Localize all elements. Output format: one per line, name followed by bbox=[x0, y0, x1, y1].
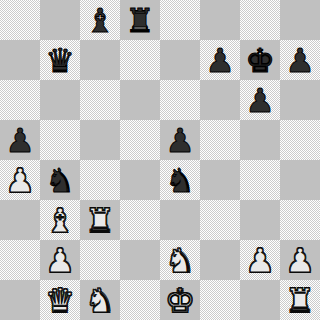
square-c3[interactable]: ♜ bbox=[80, 200, 120, 240]
piece-black-pawn[interactable]: ♟ bbox=[240, 80, 280, 120]
square-f3[interactable] bbox=[200, 200, 240, 240]
square-g1[interactable] bbox=[240, 280, 280, 320]
chess-board-window: ♝♜♛♟♚♟♟♟♟♟♞♞♝♜♟♞♟♟♛♞♚♜ bbox=[0, 0, 320, 320]
square-c4[interactable] bbox=[80, 160, 120, 200]
square-d3[interactable] bbox=[120, 200, 160, 240]
piece-white-rook[interactable]: ♜ bbox=[80, 200, 120, 240]
square-e7[interactable] bbox=[160, 40, 200, 80]
square-g3[interactable] bbox=[240, 200, 280, 240]
square-f2[interactable] bbox=[200, 240, 240, 280]
square-e2[interactable]: ♞ bbox=[160, 240, 200, 280]
piece-white-pawn[interactable]: ♟ bbox=[280, 240, 320, 280]
square-f5[interactable] bbox=[200, 120, 240, 160]
square-b1[interactable]: ♛ bbox=[40, 280, 80, 320]
square-b6[interactable] bbox=[40, 80, 80, 120]
square-h1[interactable]: ♜ bbox=[280, 280, 320, 320]
square-c6[interactable] bbox=[80, 80, 120, 120]
square-c1[interactable]: ♞ bbox=[80, 280, 120, 320]
piece-black-knight[interactable]: ♞ bbox=[40, 160, 80, 200]
piece-black-pawn[interactable]: ♟ bbox=[0, 120, 40, 160]
square-b4[interactable]: ♞ bbox=[40, 160, 80, 200]
square-d6[interactable] bbox=[120, 80, 160, 120]
piece-black-king[interactable]: ♚ bbox=[240, 40, 280, 80]
square-e4[interactable]: ♞ bbox=[160, 160, 200, 200]
piece-white-pawn[interactable]: ♟ bbox=[0, 160, 40, 200]
square-c2[interactable] bbox=[80, 240, 120, 280]
square-a6[interactable] bbox=[0, 80, 40, 120]
square-a2[interactable] bbox=[0, 240, 40, 280]
square-e6[interactable] bbox=[160, 80, 200, 120]
square-e1[interactable]: ♚ bbox=[160, 280, 200, 320]
square-f6[interactable] bbox=[200, 80, 240, 120]
square-b2[interactable]: ♟ bbox=[40, 240, 80, 280]
square-g5[interactable] bbox=[240, 120, 280, 160]
square-g4[interactable] bbox=[240, 160, 280, 200]
square-f8[interactable] bbox=[200, 0, 240, 40]
square-d2[interactable] bbox=[120, 240, 160, 280]
square-a3[interactable] bbox=[0, 200, 40, 240]
piece-white-pawn[interactable]: ♟ bbox=[40, 240, 80, 280]
piece-black-bishop[interactable]: ♝ bbox=[80, 0, 120, 40]
square-e8[interactable] bbox=[160, 0, 200, 40]
square-a5[interactable]: ♟ bbox=[0, 120, 40, 160]
square-a1[interactable] bbox=[0, 280, 40, 320]
square-g7[interactable]: ♚ bbox=[240, 40, 280, 80]
square-h8[interactable] bbox=[280, 0, 320, 40]
piece-white-king[interactable]: ♚ bbox=[160, 280, 200, 320]
square-h4[interactable] bbox=[280, 160, 320, 200]
piece-black-pawn[interactable]: ♟ bbox=[280, 40, 320, 80]
square-d7[interactable] bbox=[120, 40, 160, 80]
square-g8[interactable] bbox=[240, 0, 280, 40]
piece-black-rook[interactable]: ♜ bbox=[120, 0, 160, 40]
square-c7[interactable] bbox=[80, 40, 120, 80]
square-h5[interactable] bbox=[280, 120, 320, 160]
square-e3[interactable] bbox=[160, 200, 200, 240]
square-h7[interactable]: ♟ bbox=[280, 40, 320, 80]
square-d1[interactable] bbox=[120, 280, 160, 320]
square-e5[interactable]: ♟ bbox=[160, 120, 200, 160]
square-f1[interactable] bbox=[200, 280, 240, 320]
square-f7[interactable]: ♟ bbox=[200, 40, 240, 80]
square-g2[interactable]: ♟ bbox=[240, 240, 280, 280]
piece-white-pawn[interactable]: ♟ bbox=[240, 240, 280, 280]
square-g6[interactable]: ♟ bbox=[240, 80, 280, 120]
piece-black-pawn[interactable]: ♟ bbox=[160, 120, 200, 160]
square-b8[interactable] bbox=[40, 0, 80, 40]
square-d5[interactable] bbox=[120, 120, 160, 160]
square-b7[interactable]: ♛ bbox=[40, 40, 80, 80]
square-d8[interactable]: ♜ bbox=[120, 0, 160, 40]
piece-white-knight[interactable]: ♞ bbox=[160, 240, 200, 280]
square-c8[interactable]: ♝ bbox=[80, 0, 120, 40]
piece-white-knight[interactable]: ♞ bbox=[80, 280, 120, 320]
square-h3[interactable] bbox=[280, 200, 320, 240]
square-b5[interactable] bbox=[40, 120, 80, 160]
square-a8[interactable] bbox=[0, 0, 40, 40]
piece-white-queen[interactable]: ♛ bbox=[40, 280, 80, 320]
chess-board: ♝♜♛♟♚♟♟♟♟♟♞♞♝♜♟♞♟♟♛♞♚♜ bbox=[0, 0, 320, 320]
square-b3[interactable]: ♝ bbox=[40, 200, 80, 240]
piece-white-bishop[interactable]: ♝ bbox=[40, 200, 80, 240]
square-h2[interactable]: ♟ bbox=[280, 240, 320, 280]
square-f4[interactable] bbox=[200, 160, 240, 200]
piece-white-rook[interactable]: ♜ bbox=[280, 280, 320, 320]
square-a7[interactable] bbox=[0, 40, 40, 80]
square-a4[interactable]: ♟ bbox=[0, 160, 40, 200]
square-c5[interactable] bbox=[80, 120, 120, 160]
square-d4[interactable] bbox=[120, 160, 160, 200]
piece-black-pawn[interactable]: ♟ bbox=[200, 40, 240, 80]
piece-black-knight[interactable]: ♞ bbox=[160, 160, 200, 200]
piece-black-queen[interactable]: ♛ bbox=[40, 40, 80, 80]
square-h6[interactable] bbox=[280, 80, 320, 120]
